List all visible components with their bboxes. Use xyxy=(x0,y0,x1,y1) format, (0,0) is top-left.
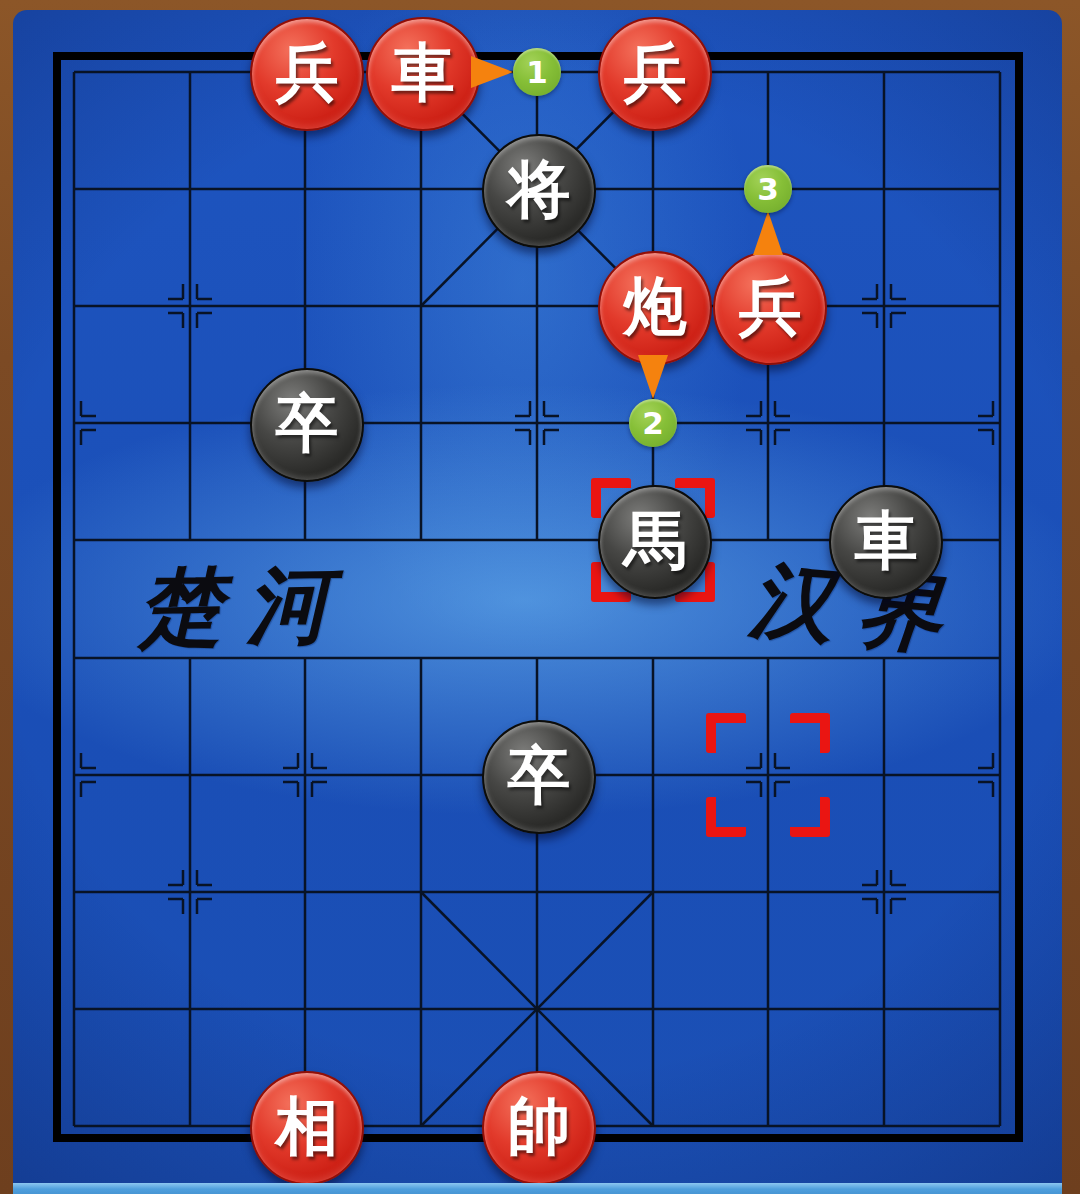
move-arrow-up xyxy=(753,211,783,255)
red-chariot[interactable]: 車 xyxy=(366,17,480,131)
piece-glyph: 帥 xyxy=(508,1095,571,1158)
black-general[interactable]: 将 xyxy=(482,134,596,248)
piece-glyph: 卒 xyxy=(508,744,571,807)
piece-glyph: 車 xyxy=(855,509,918,572)
move-step-badge-1[interactable]: 1 xyxy=(513,48,561,96)
piece-glyph: 相 xyxy=(276,1095,339,1158)
black-chariot[interactable]: 車 xyxy=(829,485,943,599)
bracket-corner-br xyxy=(790,797,830,837)
red-soldier[interactable]: 兵 xyxy=(713,251,827,365)
piece-glyph: 馬 xyxy=(624,509,687,572)
last-move-bracket-empty xyxy=(706,713,830,837)
xiangqi-app: 楚河 汉界 兵車兵将炮兵卒馬車卒相帥123 xyxy=(0,0,1080,1194)
black-soldier[interactable]: 卒 xyxy=(250,368,364,482)
bottom-strip xyxy=(13,1183,1062,1194)
piece-glyph: 兵 xyxy=(739,275,802,338)
piece-glyph: 車 xyxy=(392,41,455,104)
red-elephant[interactable]: 相 xyxy=(250,1071,364,1185)
bracket-corner-tl xyxy=(706,713,746,753)
red-general[interactable]: 帥 xyxy=(482,1071,596,1185)
move-step-badge-3[interactable]: 3 xyxy=(744,165,792,213)
piece-glyph: 兵 xyxy=(276,41,339,104)
piece-glyph: 兵 xyxy=(624,41,687,104)
black-soldier[interactable]: 卒 xyxy=(482,720,596,834)
piece-glyph: 卒 xyxy=(276,392,339,455)
move-arrow-down xyxy=(638,355,668,399)
bracket-corner-bl xyxy=(706,797,746,837)
red-soldier[interactable]: 兵 xyxy=(598,17,712,131)
black-horse[interactable]: 馬 xyxy=(598,485,712,599)
move-arrow-right xyxy=(471,56,513,88)
red-soldier[interactable]: 兵 xyxy=(250,17,364,131)
piece-glyph: 炮 xyxy=(624,275,687,338)
bracket-corner-tr xyxy=(790,713,830,753)
move-step-badge-2[interactable]: 2 xyxy=(629,399,677,447)
river-label-left: 楚河 xyxy=(137,548,355,666)
piece-glyph: 将 xyxy=(508,158,571,221)
red-cannon[interactable]: 炮 xyxy=(598,251,712,365)
